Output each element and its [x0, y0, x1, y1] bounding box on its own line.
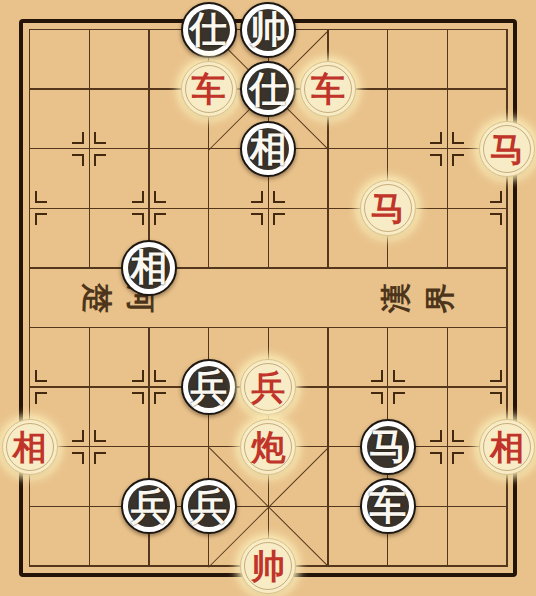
point-marker — [154, 392, 166, 404]
point-marker — [430, 430, 442, 442]
piece-red-chariot[interactable]: 车 — [181, 61, 237, 117]
piece-glyph: 车 — [192, 72, 226, 106]
piece-glyph: 相 — [250, 130, 287, 167]
river-character: 楚 — [77, 279, 117, 317]
piece-red-horse[interactable]: 马 — [360, 180, 416, 236]
grid-line — [447, 29, 448, 269]
piece-glyph: 兵 — [190, 369, 227, 406]
piece-black-advisor[interactable]: 仕 — [240, 61, 296, 117]
point-marker — [452, 430, 464, 442]
point-marker — [132, 191, 144, 203]
piece-glyph: 相 — [13, 430, 47, 464]
point-marker — [490, 392, 502, 404]
piece-red-general[interactable]: 帅 — [240, 538, 296, 594]
piece-red-soldier[interactable]: 兵 — [240, 359, 296, 415]
point-marker — [452, 154, 464, 166]
point-marker — [72, 452, 84, 464]
piece-black-chariot[interactable]: 车 — [360, 478, 416, 534]
point-marker — [94, 154, 106, 166]
point-marker — [430, 452, 442, 464]
river-text-right: 漢界 — [377, 278, 459, 318]
point-marker — [273, 191, 285, 203]
point-marker — [273, 213, 285, 225]
piece-black-general[interactable]: 帅 — [240, 2, 296, 58]
piece-glyph: 仕 — [190, 11, 227, 48]
point-marker — [35, 213, 47, 225]
point-marker — [154, 213, 166, 225]
piece-black-advisor[interactable]: 仕 — [181, 2, 237, 58]
point-marker — [490, 191, 502, 203]
piece-black-elephant[interactable]: 相 — [240, 121, 296, 177]
piece-black-elephant[interactable]: 相 — [121, 240, 177, 296]
point-marker — [371, 392, 383, 404]
river-character: 界 — [420, 279, 460, 317]
point-marker — [430, 132, 442, 144]
point-marker — [94, 452, 106, 464]
piece-glyph: 兵 — [190, 488, 227, 525]
piece-glyph: 车 — [311, 72, 345, 106]
point-marker — [251, 191, 263, 203]
point-marker — [132, 392, 144, 404]
grid-line — [29, 29, 30, 567]
grid-line — [89, 29, 90, 269]
point-marker — [72, 132, 84, 144]
point-marker — [371, 370, 383, 382]
point-marker — [393, 392, 405, 404]
piece-glyph: 帅 — [251, 549, 285, 583]
point-marker — [251, 213, 263, 225]
piece-glyph: 兵 — [251, 370, 285, 404]
xiangqi-board: 楚河 漢界 仕帅车仕车相马马相兵兵相炮马相兵兵车帅 — [0, 0, 536, 596]
point-marker — [35, 191, 47, 203]
point-marker — [132, 370, 144, 382]
point-marker — [490, 213, 502, 225]
piece-glyph: 兵 — [130, 488, 167, 525]
piece-red-horse[interactable]: 马 — [479, 121, 535, 177]
piece-red-chariot[interactable]: 车 — [300, 61, 356, 117]
point-marker — [430, 154, 442, 166]
piece-glyph: 相 — [130, 249, 167, 286]
point-marker — [72, 430, 84, 442]
point-marker — [452, 452, 464, 464]
grid-line — [148, 29, 149, 269]
piece-red-elephant[interactable]: 相 — [2, 419, 58, 475]
point-marker — [35, 392, 47, 404]
point-marker — [452, 132, 464, 144]
piece-glyph: 马 — [371, 191, 405, 225]
grid-line — [506, 29, 507, 567]
piece-glyph: 炮 — [251, 430, 285, 464]
piece-glyph: 马 — [369, 428, 406, 465]
grid-line — [89, 327, 90, 567]
point-marker — [94, 132, 106, 144]
piece-glyph: 马 — [490, 132, 524, 166]
piece-glyph: 车 — [369, 488, 406, 525]
piece-red-elephant[interactable]: 相 — [479, 419, 535, 475]
piece-black-horse[interactable]: 马 — [360, 419, 416, 475]
point-marker — [72, 154, 84, 166]
piece-glyph: 相 — [490, 430, 524, 464]
point-marker — [154, 370, 166, 382]
point-marker — [94, 430, 106, 442]
point-marker — [393, 370, 405, 382]
piece-glyph: 帅 — [250, 11, 287, 48]
river-character: 漢 — [376, 279, 416, 317]
point-marker — [154, 191, 166, 203]
grid-line — [447, 327, 448, 567]
piece-red-cannon[interactable]: 炮 — [240, 419, 296, 475]
piece-black-soldier[interactable]: 兵 — [181, 359, 237, 415]
point-marker — [35, 370, 47, 382]
point-marker — [490, 370, 502, 382]
piece-black-soldier[interactable]: 兵 — [181, 478, 237, 534]
piece-glyph: 仕 — [250, 71, 287, 108]
point-marker — [132, 213, 144, 225]
piece-black-soldier[interactable]: 兵 — [121, 478, 177, 534]
